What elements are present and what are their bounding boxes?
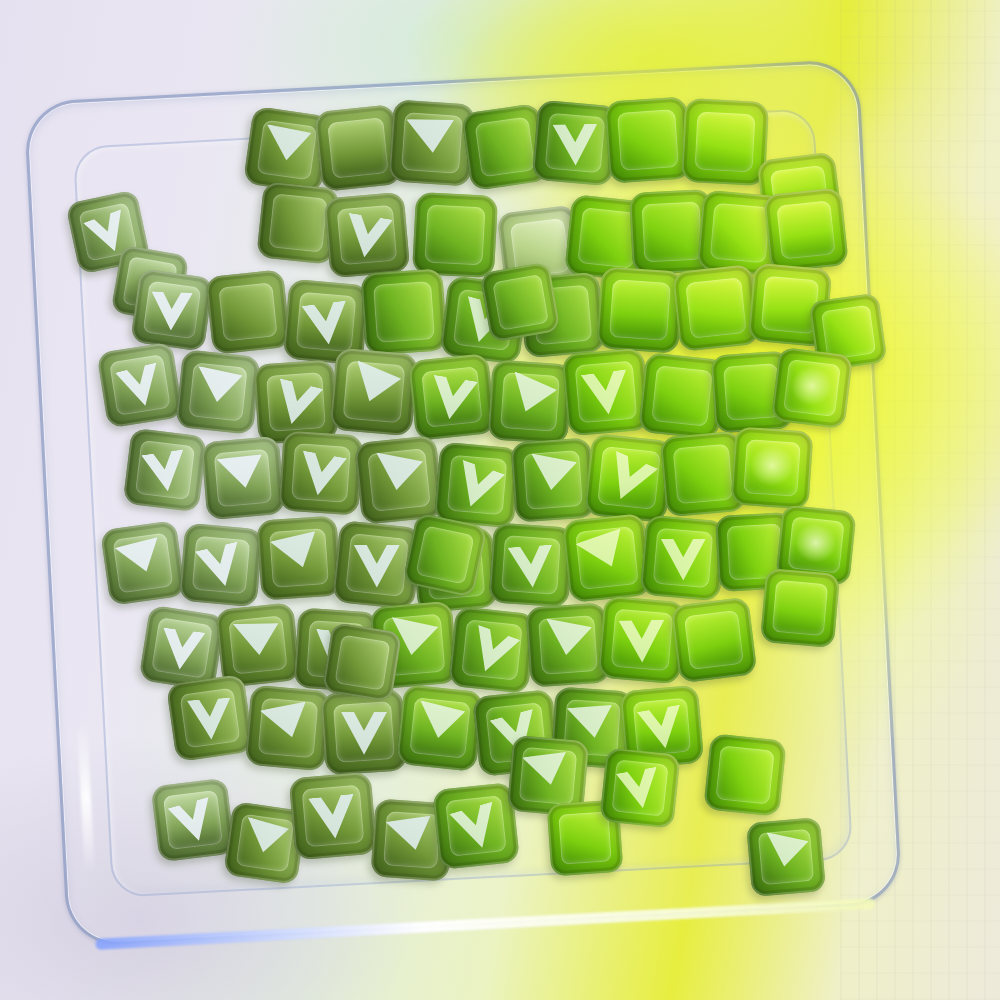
- gem-facet: [651, 365, 713, 427]
- gem: [479, 261, 560, 342]
- gem: [746, 817, 826, 897]
- gem: [771, 347, 853, 429]
- gem-facet: [716, 746, 774, 804]
- gem: [100, 520, 186, 606]
- gem: [599, 747, 680, 828]
- gem: [360, 268, 448, 356]
- gem: [487, 359, 572, 444]
- gem: [320, 688, 408, 776]
- gem-facet: [558, 811, 612, 865]
- gem-facet: [617, 109, 678, 170]
- gem: [562, 348, 651, 437]
- gem: [598, 596, 687, 685]
- gem: [175, 349, 261, 435]
- gem-facet: [218, 282, 278, 342]
- gem-facet: [492, 274, 549, 331]
- gem-highlight: [741, 435, 804, 495]
- gem: [278, 430, 363, 515]
- gem: [412, 192, 498, 278]
- gem: [488, 522, 573, 607]
- photo-scene: [0, 0, 1000, 1000]
- gem: [672, 264, 760, 352]
- gem-facet: [373, 281, 434, 342]
- gem: [289, 772, 378, 861]
- gem: [388, 99, 476, 187]
- gem: [322, 622, 402, 702]
- gem: [510, 437, 595, 522]
- gem: [434, 442, 521, 529]
- gem: [763, 187, 849, 273]
- gem-facet: [609, 279, 670, 340]
- gem: [123, 428, 208, 513]
- gem: [596, 266, 684, 354]
- gem: [179, 523, 264, 608]
- gem: [640, 515, 727, 602]
- gem: [151, 778, 236, 863]
- gem: [130, 268, 214, 352]
- gem: [324, 192, 411, 279]
- gem-facet: [334, 634, 390, 690]
- gem-facet: [772, 580, 828, 636]
- gem: [584, 433, 674, 523]
- gem: [245, 685, 332, 772]
- gem: [432, 782, 520, 870]
- gem: [402, 512, 487, 597]
- gem-facet: [269, 194, 327, 252]
- gem-highlight: [784, 358, 841, 413]
- gem: [166, 674, 254, 762]
- gem: [97, 342, 184, 429]
- gem: [730, 426, 813, 509]
- gem: [681, 98, 769, 186]
- gem: [396, 684, 484, 772]
- gem-facet: [684, 610, 745, 671]
- gem-facet: [776, 200, 836, 260]
- gem-facet: [474, 116, 536, 178]
- gem: [408, 353, 496, 441]
- gems-layer: [0, 0, 1000, 1000]
- gem: [314, 104, 402, 192]
- gem: [448, 606, 536, 694]
- gem-facet: [760, 275, 819, 334]
- gem-facet: [694, 111, 756, 173]
- gem: [205, 269, 291, 355]
- gem-facet: [820, 304, 875, 359]
- gem: [201, 436, 286, 521]
- gem: [256, 515, 341, 600]
- gem: [330, 348, 419, 437]
- gem: [760, 568, 840, 648]
- gem-facet: [710, 203, 771, 264]
- gem: [671, 597, 758, 684]
- gem-facet: [415, 525, 475, 585]
- gem: [354, 435, 444, 525]
- gem: [604, 96, 692, 184]
- gem: [525, 602, 610, 687]
- gem-facet: [327, 117, 389, 179]
- gem-facet: [425, 205, 485, 265]
- gem: [703, 733, 787, 817]
- gem-facet: [642, 202, 702, 262]
- gem-facet: [685, 277, 747, 339]
- gem-facet: [673, 444, 734, 505]
- gem: [562, 513, 652, 603]
